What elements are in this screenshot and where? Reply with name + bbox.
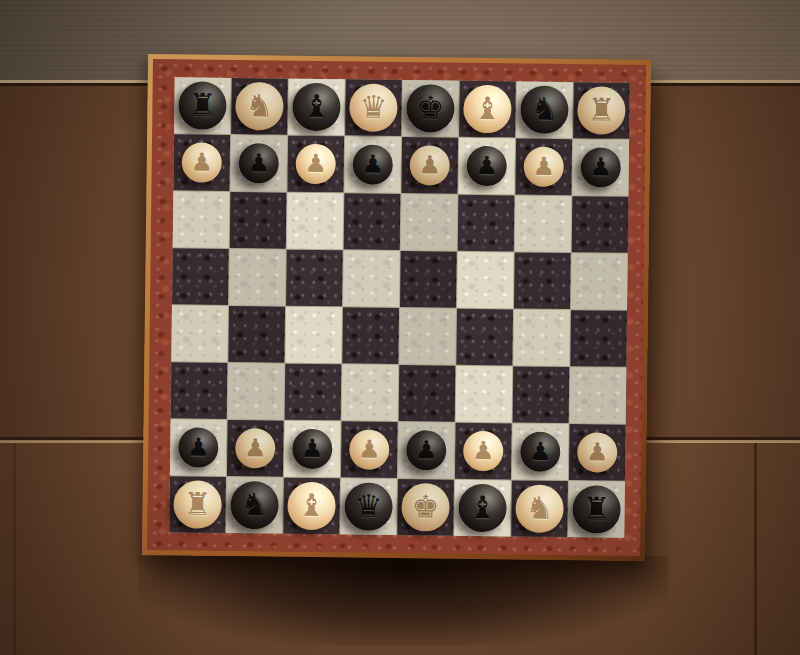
square-d5[interactable] bbox=[343, 250, 400, 307]
knight-glyph: ♞ bbox=[245, 90, 273, 121]
square-c4[interactable] bbox=[285, 307, 342, 364]
piece-black-knight-g8[interactable]: ♞ bbox=[520, 86, 569, 135]
square-h7[interactable]: ♟ bbox=[572, 139, 629, 196]
square-e1[interactable]: ♚ bbox=[397, 479, 454, 536]
square-b4[interactable] bbox=[228, 306, 285, 363]
pawn-glyph: ♟ bbox=[247, 150, 270, 175]
square-a5[interactable] bbox=[172, 248, 229, 305]
pawn-glyph: ♟ bbox=[589, 154, 612, 179]
rook-glyph: ♜ bbox=[587, 94, 615, 125]
square-c5[interactable] bbox=[286, 250, 343, 307]
pawn-glyph: ♟ bbox=[586, 439, 609, 464]
square-b1[interactable]: ♞ bbox=[226, 477, 283, 534]
square-e5[interactable] bbox=[400, 251, 457, 308]
bishop-glyph: ♝ bbox=[473, 92, 501, 123]
piece-white-knight-b8[interactable]: ♞ bbox=[235, 82, 284, 131]
plank-seam-vertical bbox=[13, 443, 16, 655]
queen-glyph: ♛ bbox=[354, 490, 382, 521]
square-f3[interactable] bbox=[456, 366, 513, 423]
pawn-glyph: ♟ bbox=[244, 435, 267, 460]
square-h8[interactable]: ♜ bbox=[573, 82, 630, 139]
square-d2[interactable]: ♟ bbox=[341, 421, 398, 478]
rook-glyph: ♜ bbox=[183, 488, 211, 519]
piece-white-pawn-e7[interactable]: ♟ bbox=[409, 145, 449, 185]
piece-black-pawn-e2[interactable]: ♟ bbox=[406, 430, 446, 470]
pawn-glyph: ♟ bbox=[358, 436, 381, 461]
piece-white-pawn-d2[interactable]: ♟ bbox=[349, 429, 389, 469]
square-b5[interactable] bbox=[229, 249, 286, 306]
pawn-glyph: ♟ bbox=[418, 152, 441, 177]
square-b3[interactable] bbox=[228, 363, 285, 420]
piece-black-pawn-g2[interactable]: ♟ bbox=[520, 432, 560, 472]
piece-black-queen-d1[interactable]: ♛ bbox=[344, 482, 393, 531]
square-g4[interactable] bbox=[513, 309, 570, 366]
square-f5[interactable] bbox=[457, 252, 514, 309]
piece-white-bishop-c1[interactable]: ♝ bbox=[287, 482, 336, 531]
square-d4[interactable] bbox=[342, 307, 399, 364]
square-a3[interactable] bbox=[171, 362, 228, 419]
square-h4[interactable] bbox=[570, 310, 627, 367]
piece-white-queen-d8[interactable]: ♛ bbox=[349, 83, 398, 132]
square-g1[interactable]: ♞ bbox=[511, 480, 568, 537]
square-e6[interactable] bbox=[401, 194, 458, 251]
square-a8[interactable]: ♜ bbox=[174, 77, 231, 134]
square-a6[interactable] bbox=[173, 191, 230, 248]
pawn-glyph: ♟ bbox=[532, 153, 555, 178]
square-b8[interactable]: ♞ bbox=[231, 78, 288, 135]
square-d3[interactable] bbox=[342, 364, 399, 421]
pawn-glyph: ♟ bbox=[415, 437, 438, 462]
square-f7[interactable]: ♟ bbox=[458, 138, 515, 195]
rook-glyph: ♜ bbox=[188, 89, 216, 120]
board-wood-frame: ♜♞♝♛♚♝♞♜♟♟♟♟♟♟♟♟♟♟♟♟♟♟♟♟♜♞♝♛♚♝♞♜ bbox=[142, 54, 651, 561]
piece-white-pawn-g7[interactable]: ♟ bbox=[523, 147, 563, 187]
square-c8[interactable]: ♝ bbox=[288, 79, 345, 136]
piece-black-pawn-a2[interactable]: ♟ bbox=[178, 427, 218, 467]
piece-black-bishop-c8[interactable]: ♝ bbox=[292, 83, 341, 132]
square-d6[interactable] bbox=[344, 193, 401, 250]
square-e7[interactable]: ♟ bbox=[401, 137, 458, 194]
square-e3[interactable] bbox=[399, 365, 456, 422]
piece-black-pawn-h7[interactable]: ♟ bbox=[580, 147, 620, 187]
piece-white-rook-a1[interactable]: ♜ bbox=[173, 480, 222, 529]
pawn-glyph: ♟ bbox=[529, 438, 552, 463]
square-g6[interactable] bbox=[515, 195, 572, 252]
square-f8[interactable]: ♝ bbox=[459, 81, 516, 138]
square-b6[interactable] bbox=[230, 192, 287, 249]
square-c1[interactable]: ♝ bbox=[283, 478, 340, 535]
pawn-glyph: ♟ bbox=[361, 151, 384, 176]
piece-black-pawn-f7[interactable]: ♟ bbox=[466, 146, 506, 186]
square-h2[interactable]: ♟ bbox=[569, 424, 626, 481]
piece-black-rook-h1[interactable]: ♜ bbox=[572, 485, 621, 534]
piece-white-pawn-c7[interactable]: ♟ bbox=[296, 144, 336, 184]
knight-glyph: ♞ bbox=[240, 489, 268, 520]
square-d7[interactable]: ♟ bbox=[344, 136, 401, 193]
board-red-border: ♜♞♝♛♚♝♞♜♟♟♟♟♟♟♟♟♟♟♟♟♟♟♟♟♜♞♝♛♚♝♞♜ bbox=[147, 59, 646, 556]
piece-white-pawn-a7[interactable]: ♟ bbox=[182, 142, 222, 182]
square-a4[interactable] bbox=[171, 305, 228, 362]
piece-white-pawn-f2[interactable]: ♟ bbox=[463, 431, 503, 471]
square-f2[interactable]: ♟ bbox=[455, 423, 512, 480]
board-grid: ♜♞♝♛♚♝♞♜♟♟♟♟♟♟♟♟♟♟♟♟♟♟♟♟♜♞♝♛♚♝♞♜ bbox=[169, 77, 630, 538]
piece-black-bishop-f1[interactable]: ♝ bbox=[458, 484, 507, 533]
knight-glyph: ♞ bbox=[530, 93, 558, 124]
bishop-glyph: ♝ bbox=[297, 489, 325, 520]
piece-white-bishop-f8[interactable]: ♝ bbox=[463, 85, 512, 134]
square-e4[interactable] bbox=[399, 308, 456, 365]
bishop-glyph: ♝ bbox=[468, 491, 496, 522]
square-c3[interactable] bbox=[285, 364, 342, 421]
square-d1[interactable]: ♛ bbox=[340, 478, 397, 535]
pawn-glyph: ♟ bbox=[304, 150, 327, 175]
square-f1[interactable]: ♝ bbox=[454, 480, 511, 537]
bishop-glyph: ♝ bbox=[302, 90, 330, 121]
piece-white-rook-h8[interactable]: ♜ bbox=[577, 86, 626, 135]
square-g2[interactable]: ♟ bbox=[512, 423, 569, 480]
square-h6[interactable] bbox=[572, 196, 629, 253]
square-g3[interactable] bbox=[513, 366, 570, 423]
king-glyph: ♚ bbox=[416, 92, 444, 123]
square-b7[interactable]: ♟ bbox=[230, 135, 287, 192]
square-f4[interactable] bbox=[456, 309, 513, 366]
piece-black-king-e8[interactable]: ♚ bbox=[406, 84, 455, 133]
photo-scene: ♜♞♝♛♚♝♞♜♟♟♟♟♟♟♟♟♟♟♟♟♟♟♟♟♜♞♝♛♚♝♞♜ bbox=[0, 0, 800, 655]
pawn-glyph: ♟ bbox=[190, 149, 213, 174]
piece-black-pawn-c2[interactable]: ♟ bbox=[292, 429, 332, 469]
square-h3[interactable] bbox=[570, 367, 627, 424]
square-h1[interactable]: ♜ bbox=[568, 481, 625, 538]
square-c7[interactable]: ♟ bbox=[287, 136, 344, 193]
piece-black-knight-b1[interactable]: ♞ bbox=[230, 481, 279, 530]
square-a2[interactable]: ♟ bbox=[170, 419, 227, 476]
piece-white-knight-g1[interactable]: ♞ bbox=[515, 484, 564, 533]
pawn-glyph: ♟ bbox=[472, 437, 495, 462]
plank-seam-vertical bbox=[754, 443, 757, 655]
square-a7[interactable]: ♟ bbox=[173, 134, 230, 191]
piece-black-rook-a8[interactable]: ♜ bbox=[178, 81, 227, 130]
square-c6[interactable] bbox=[287, 193, 344, 250]
pawn-glyph: ♟ bbox=[301, 435, 324, 460]
knight-glyph: ♞ bbox=[525, 492, 553, 523]
square-f6[interactable] bbox=[458, 195, 515, 252]
square-e8[interactable]: ♚ bbox=[402, 80, 459, 137]
piece-white-pawn-b2[interactable]: ♟ bbox=[235, 428, 275, 468]
pawn-glyph: ♟ bbox=[187, 434, 210, 459]
square-c2[interactable]: ♟ bbox=[284, 421, 341, 478]
piece-black-pawn-d7[interactable]: ♟ bbox=[352, 144, 392, 184]
square-g7[interactable]: ♟ bbox=[515, 138, 572, 195]
piece-black-pawn-b7[interactable]: ♟ bbox=[239, 143, 279, 183]
square-g5[interactable] bbox=[514, 252, 571, 309]
square-a1[interactable]: ♜ bbox=[169, 476, 226, 533]
square-g8[interactable]: ♞ bbox=[516, 81, 573, 138]
square-e2[interactable]: ♟ bbox=[398, 422, 455, 479]
queen-glyph: ♛ bbox=[359, 91, 387, 122]
square-h5[interactable] bbox=[571, 253, 628, 310]
pawn-glyph: ♟ bbox=[475, 152, 498, 177]
king-glyph: ♚ bbox=[411, 491, 439, 522]
square-b2[interactable]: ♟ bbox=[227, 420, 284, 477]
chess-board: ♜♞♝♛♚♝♞♜♟♟♟♟♟♟♟♟♟♟♟♟♟♟♟♟♜♞♝♛♚♝♞♜ bbox=[142, 54, 651, 561]
square-d8[interactable]: ♛ bbox=[345, 79, 402, 136]
piece-white-pawn-h2[interactable]: ♟ bbox=[577, 432, 617, 472]
rook-glyph: ♜ bbox=[582, 493, 610, 524]
piece-white-king-e1[interactable]: ♚ bbox=[401, 483, 450, 532]
